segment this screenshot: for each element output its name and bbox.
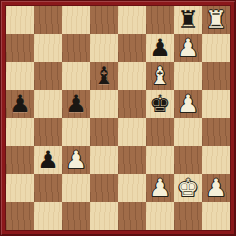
black-king-f5: ♚ (146, 90, 174, 118)
square-a7[interactable] (6, 34, 34, 62)
square-f8[interactable] (146, 6, 174, 34)
black-pawn-c5: ♟ (62, 90, 90, 118)
square-a1[interactable] (6, 202, 34, 230)
square-e5[interactable] (118, 90, 146, 118)
black-rook-g8: ♜ (174, 6, 202, 34)
white-king-g2: ♚ (174, 174, 202, 202)
square-e1[interactable] (118, 202, 146, 230)
square-d7[interactable] (90, 34, 118, 62)
square-c5[interactable]: ♟ (62, 90, 90, 118)
square-h2[interactable]: ♟ (202, 174, 230, 202)
square-c3[interactable]: ♟ (62, 146, 90, 174)
square-a8[interactable] (6, 6, 34, 34)
square-b8[interactable] (34, 6, 62, 34)
white-rook-h8: ♜ (202, 6, 230, 34)
square-b7[interactable] (34, 34, 62, 62)
square-e4[interactable] (118, 118, 146, 146)
square-d4[interactable] (90, 118, 118, 146)
square-c7[interactable] (62, 34, 90, 62)
square-f6[interactable]: ♝ (146, 62, 174, 90)
square-a3[interactable] (6, 146, 34, 174)
square-b4[interactable] (34, 118, 62, 146)
white-pawn-g7: ♟ (174, 34, 202, 62)
black-pawn-f7: ♟ (146, 34, 174, 62)
square-g3[interactable] (174, 146, 202, 174)
square-f4[interactable] (146, 118, 174, 146)
white-pawn-g5: ♟ (174, 90, 202, 118)
square-a4[interactable] (6, 118, 34, 146)
square-h8[interactable]: ♜ (202, 6, 230, 34)
square-g8[interactable]: ♜ (174, 6, 202, 34)
square-h5[interactable] (202, 90, 230, 118)
white-bishop-f6: ♝ (146, 62, 174, 90)
square-f7[interactable]: ♟ (146, 34, 174, 62)
square-c6[interactable] (62, 62, 90, 90)
square-a5[interactable]: ♟ (6, 90, 34, 118)
board-frame: ♜♜♟♟♝♝♟♟♚♟♟♟♟♚♟ (0, 0, 236, 236)
square-b5[interactable] (34, 90, 62, 118)
black-pawn-a5: ♟ (6, 90, 34, 118)
square-g2[interactable]: ♚ (174, 174, 202, 202)
square-g4[interactable] (174, 118, 202, 146)
square-d6[interactable]: ♝ (90, 62, 118, 90)
chess-board: ♜♜♟♟♝♝♟♟♚♟♟♟♟♚♟ (6, 6, 230, 230)
square-e7[interactable] (118, 34, 146, 62)
square-a2[interactable] (6, 174, 34, 202)
black-pawn-b3: ♟ (34, 146, 62, 174)
square-b1[interactable] (34, 202, 62, 230)
square-c8[interactable] (62, 6, 90, 34)
square-e6[interactable] (118, 62, 146, 90)
square-d1[interactable] (90, 202, 118, 230)
square-e8[interactable] (118, 6, 146, 34)
black-bishop-d6: ♝ (90, 62, 118, 90)
square-h3[interactable] (202, 146, 230, 174)
square-g7[interactable]: ♟ (174, 34, 202, 62)
square-d2[interactable] (90, 174, 118, 202)
square-a6[interactable] (6, 62, 34, 90)
square-d5[interactable] (90, 90, 118, 118)
square-c1[interactable] (62, 202, 90, 230)
square-f3[interactable] (146, 146, 174, 174)
square-g1[interactable] (174, 202, 202, 230)
square-g6[interactable] (174, 62, 202, 90)
square-e3[interactable] (118, 146, 146, 174)
square-d3[interactable] (90, 146, 118, 174)
square-d8[interactable] (90, 6, 118, 34)
square-g5[interactable]: ♟ (174, 90, 202, 118)
square-h7[interactable] (202, 34, 230, 62)
square-b3[interactable]: ♟ (34, 146, 62, 174)
white-pawn-f2: ♟ (146, 174, 174, 202)
square-f1[interactable] (146, 202, 174, 230)
square-f2[interactable]: ♟ (146, 174, 174, 202)
square-c2[interactable] (62, 174, 90, 202)
square-h1[interactable] (202, 202, 230, 230)
square-e2[interactable] (118, 174, 146, 202)
white-pawn-h2: ♟ (202, 174, 230, 202)
square-b6[interactable] (34, 62, 62, 90)
square-h6[interactable] (202, 62, 230, 90)
square-h4[interactable] (202, 118, 230, 146)
square-b2[interactable] (34, 174, 62, 202)
square-f5[interactable]: ♚ (146, 90, 174, 118)
white-pawn-c3: ♟ (62, 146, 90, 174)
square-c4[interactable] (62, 118, 90, 146)
